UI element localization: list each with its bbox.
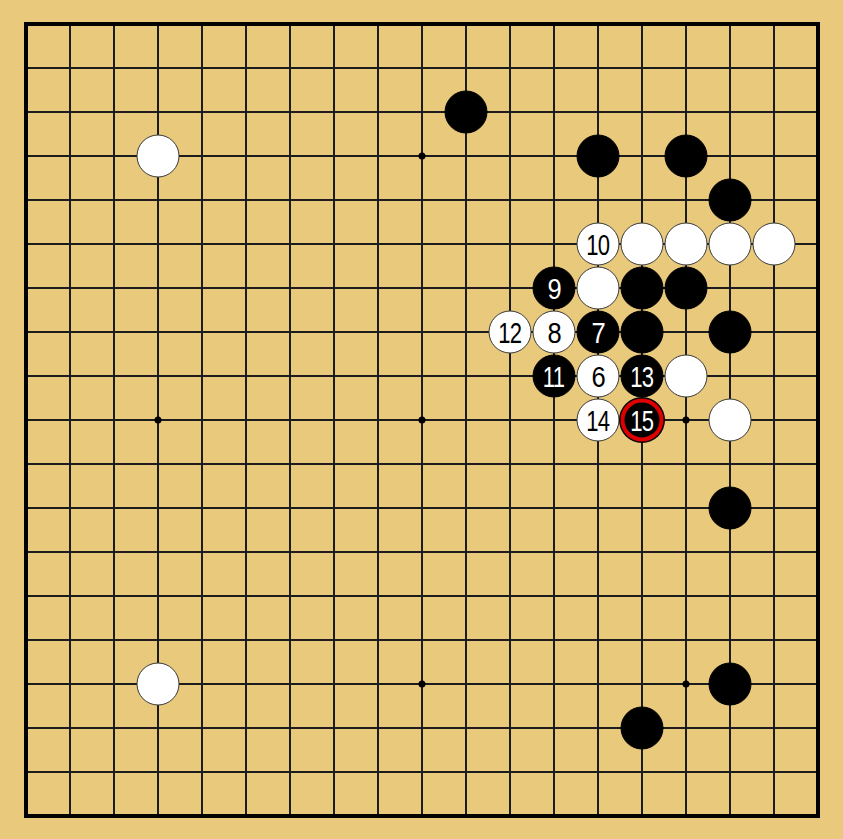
- stone-black: [621, 707, 664, 750]
- move-number: 14: [586, 405, 609, 435]
- stone-black-move-9: 9: [533, 267, 576, 310]
- go-diagram: 6789101112131415: [0, 0, 843, 839]
- stone-black: [709, 179, 752, 222]
- stone-black-move-7: 7: [577, 311, 620, 354]
- stone-black: [709, 487, 752, 530]
- stone-white-move-6: 6: [577, 355, 620, 398]
- stone-black: [709, 311, 752, 354]
- stone-white: [621, 223, 664, 266]
- stone-white-move-12: 12: [489, 311, 532, 354]
- star-point: [419, 681, 426, 688]
- move-number: 9: [547, 273, 560, 303]
- go-board[interactable]: 6789101112131415: [0, 0, 843, 839]
- star-point: [155, 417, 162, 424]
- stone-black: [621, 267, 664, 310]
- stone-white: [753, 223, 796, 266]
- star-point: [419, 417, 426, 424]
- stone-black: [621, 311, 664, 354]
- stone-white: [665, 355, 708, 398]
- move-number: 7: [591, 317, 604, 347]
- move-number: 10: [586, 229, 609, 259]
- stone-white: [709, 223, 752, 266]
- move-number: 8: [547, 317, 560, 347]
- stone-black-move-13: 13: [621, 355, 664, 398]
- star-point: [683, 681, 690, 688]
- stone-black-move-15: 15: [621, 399, 664, 442]
- move-number: 13: [630, 361, 653, 391]
- move-number: 15: [630, 405, 653, 435]
- stone-white: [137, 135, 180, 178]
- move-number: 11: [543, 361, 564, 391]
- star-point: [419, 153, 426, 160]
- stone-black: [709, 663, 752, 706]
- stone-black-move-11: 11: [533, 355, 576, 398]
- stone-black: [665, 267, 708, 310]
- stone-black: [445, 91, 488, 134]
- stone-white-move-10: 10: [577, 223, 620, 266]
- stone-white: [709, 399, 752, 442]
- stone-white: [577, 267, 620, 310]
- move-number: 12: [498, 317, 521, 347]
- stone-white-move-14: 14: [577, 399, 620, 442]
- stone-black: [577, 135, 620, 178]
- stone-white-move-8: 8: [533, 311, 576, 354]
- star-point: [683, 417, 690, 424]
- move-number: 6: [591, 361, 604, 391]
- stone-white: [137, 663, 180, 706]
- stone-black: [665, 135, 708, 178]
- stone-white: [665, 223, 708, 266]
